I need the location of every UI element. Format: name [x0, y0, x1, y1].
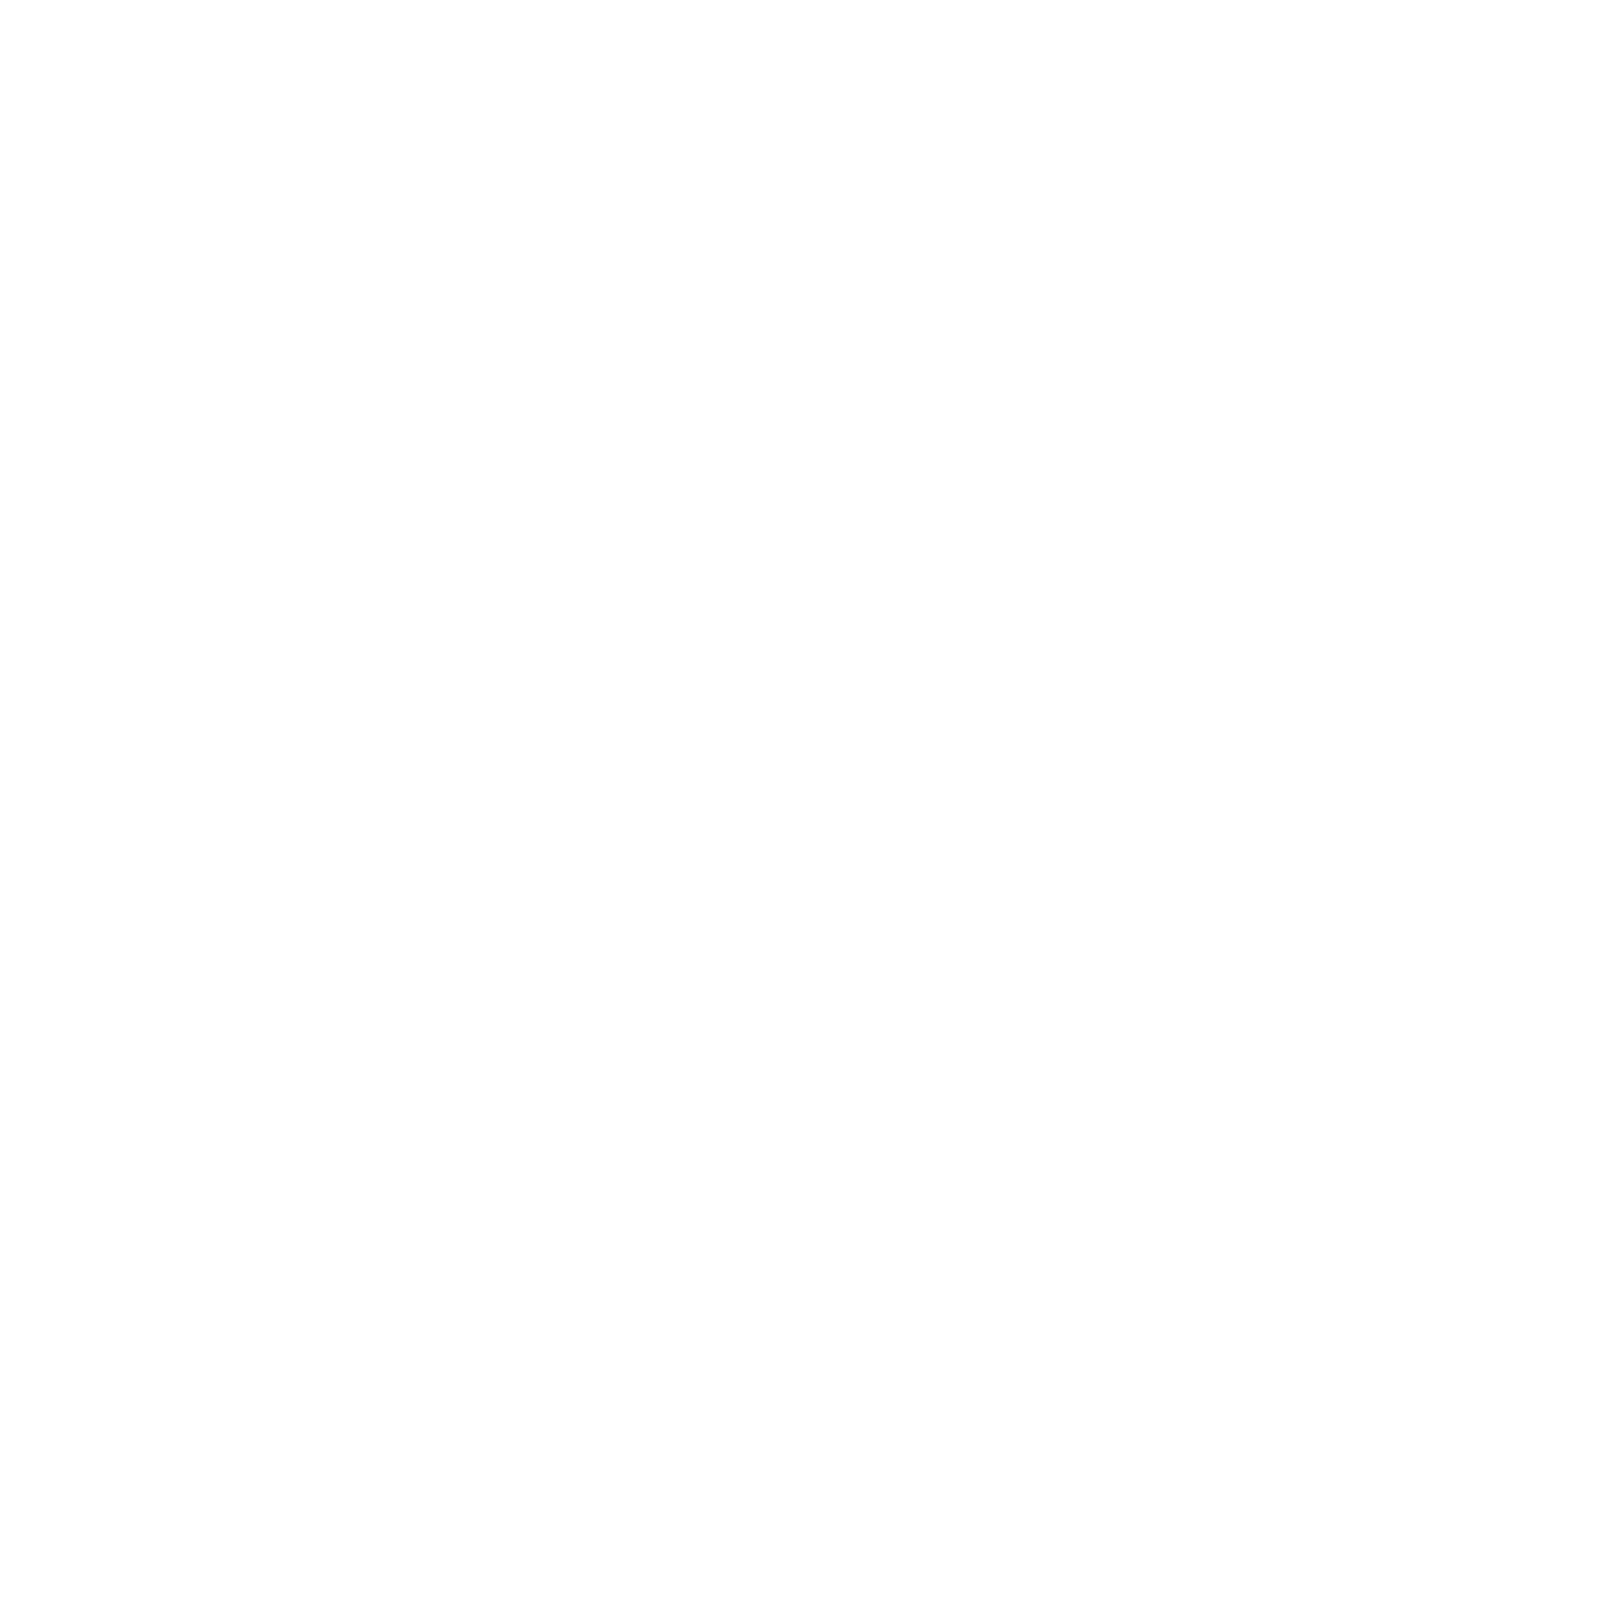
board-assembly [0, 0, 1600, 1600]
product-photo-scene [0, 0, 1600, 1600]
